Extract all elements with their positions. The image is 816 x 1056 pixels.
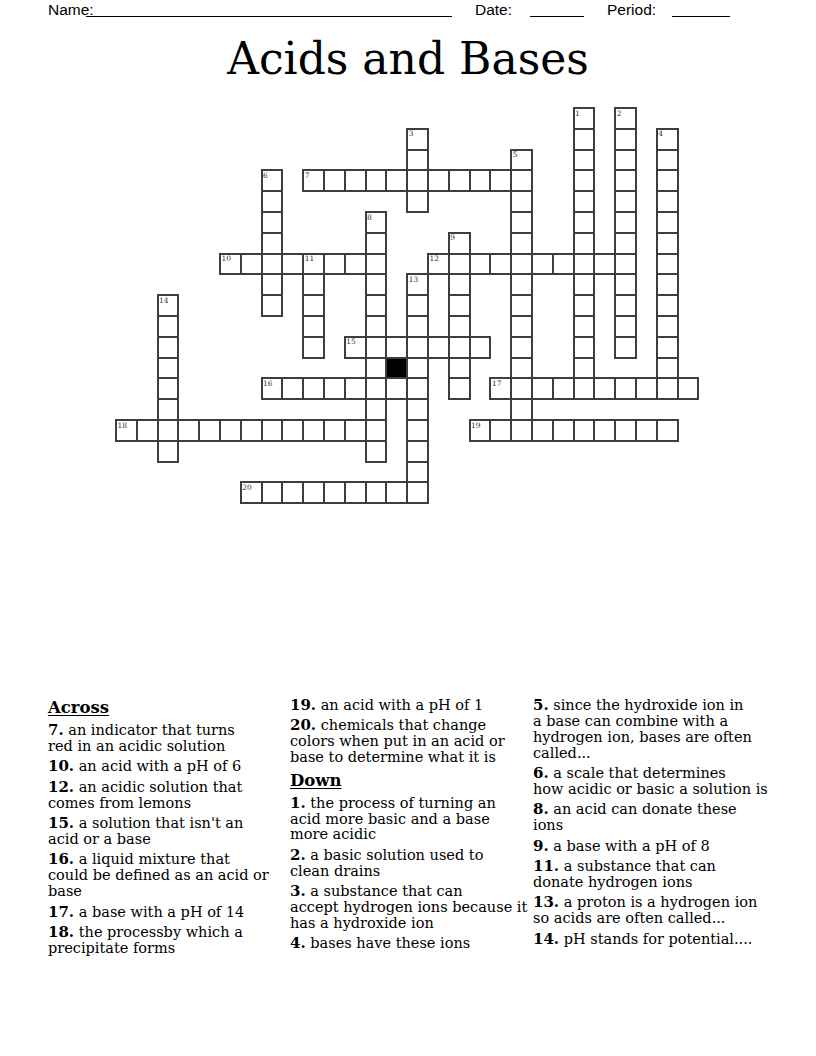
grid-cell[interactable] [635, 419, 658, 442]
grid-cell[interactable] [656, 377, 679, 400]
grid-cell[interactable] [406, 419, 429, 442]
grid-cell[interactable] [177, 419, 200, 442]
grid-cell[interactable] [198, 419, 221, 442]
clue-number-label: 2. [290, 846, 306, 864]
grid-cell[interactable] [489, 169, 512, 192]
grid-cell[interactable] [573, 315, 596, 338]
grid-cell[interactable] [614, 169, 637, 192]
period-blank-line[interactable] [672, 2, 730, 17]
grid-cell[interactable] [365, 357, 388, 380]
clue-number-label: 16. [48, 850, 74, 868]
grid-cell[interactable] [261, 273, 284, 296]
clue-number: 12 [430, 255, 440, 263]
grid-cell[interactable] [365, 440, 388, 463]
grid-cell[interactable] [510, 294, 533, 317]
clue-number: 4 [658, 130, 663, 138]
grid-cell[interactable] [593, 377, 616, 400]
grid-cell[interactable] [677, 377, 700, 400]
grid-cell[interactable] [365, 419, 388, 442]
clue-number-label: 18. [48, 923, 74, 941]
grid-cell[interactable] [489, 419, 512, 442]
clue-number: 10 [222, 255, 232, 263]
page-title: Acids and Bases [0, 33, 816, 84]
grid-cell[interactable] [261, 481, 284, 504]
grid-cell[interactable] [656, 190, 679, 213]
grid-cell[interactable] [157, 357, 180, 380]
grid-cell[interactable] [573, 377, 596, 400]
grid-cell[interactable] [448, 336, 471, 359]
clue-15: 15. a solution that isn't an acid or a b… [48, 816, 286, 848]
grid-cell[interactable] [427, 169, 450, 192]
clue-7: 7. an indicator that turns red in an aci… [48, 723, 286, 755]
clue-19: 19. an acid with a pH of 1 [290, 698, 530, 714]
grid-cell[interactable] [531, 253, 554, 276]
date-label: Date: [475, 1, 512, 19]
clue-3: 3. a substance that can accept hydrogen … [290, 884, 530, 932]
clue-6: 6. a scale that determines how acidic or… [533, 766, 789, 798]
grid-cell[interactable] [614, 253, 637, 276]
grid-cell[interactable] [136, 419, 159, 442]
grid-cell[interactable] [302, 481, 325, 504]
clue-8: 8. an acid can donate these ions [533, 802, 789, 834]
grid-cell[interactable] [406, 357, 429, 380]
grid-cell[interactable] [656, 149, 679, 172]
grid-cell[interactable] [365, 315, 388, 338]
clue-number: 1 [575, 110, 580, 118]
grid-cell[interactable] [448, 377, 471, 400]
grid-cell[interactable] [219, 419, 242, 442]
clue-number-label: 11. [533, 857, 559, 875]
grid-cell[interactable] [510, 273, 533, 296]
grid-cell[interactable] [510, 357, 533, 380]
grid-cell[interactable] [552, 377, 575, 400]
grid-cell[interactable] [656, 211, 679, 234]
grid-cell[interactable] [614, 315, 637, 338]
grid-cell[interactable] [510, 315, 533, 338]
grid-cell[interactable] [614, 336, 637, 359]
grid-cell[interactable] [323, 169, 346, 192]
grid-cell[interactable] [573, 190, 596, 213]
grid-cell[interactable] [552, 253, 575, 276]
clue-4: 4. bases have these ions [290, 936, 530, 952]
clues-heading-down: Down [290, 771, 530, 790]
grid-cell[interactable] [385, 377, 408, 400]
grid-cell[interactable] [593, 419, 616, 442]
grid-cell[interactable] [302, 377, 325, 400]
grid-cell[interactable] [448, 315, 471, 338]
clue-number-label: 8. [533, 800, 549, 818]
grid-cell[interactable] [365, 398, 388, 421]
grid-cell[interactable] [157, 336, 180, 359]
clue-number-label: 14. [533, 930, 559, 948]
grid-cell[interactable] [406, 149, 429, 172]
grid-cell[interactable] [281, 253, 304, 276]
grid-cell[interactable] [406, 440, 429, 463]
grid-cell[interactable] [656, 294, 679, 317]
grid-cell[interactable] [344, 169, 367, 192]
clue-number: 16 [263, 380, 273, 388]
clue-number: 9 [450, 234, 455, 242]
grid-cell[interactable] [552, 419, 575, 442]
black-cell [385, 357, 408, 380]
grid-cell[interactable] [302, 315, 325, 338]
grid-cell[interactable] [261, 211, 284, 234]
clue-column-across: Across7. an indicator that turns red in … [48, 698, 286, 961]
grid-cell[interactable] [489, 253, 512, 276]
clue-number: 8 [367, 214, 372, 222]
grid-cell[interactable] [531, 377, 554, 400]
clue-number: 18 [118, 422, 128, 430]
grid-cell[interactable] [281, 481, 304, 504]
grid-cell[interactable] [614, 232, 637, 255]
clue-number-label: 17. [48, 903, 74, 921]
grid-cell[interactable] [157, 398, 180, 421]
grid-cell[interactable] [323, 377, 346, 400]
grid-cell[interactable] [614, 294, 637, 317]
clue-number-label: 10. [48, 757, 74, 775]
grid-cell[interactable] [614, 128, 637, 151]
clue-number-label: 5. [533, 696, 549, 714]
grid-cell[interactable] [510, 377, 533, 400]
clue-17: 17. a base with a pH of 14 [48, 905, 286, 921]
grid-cell[interactable] [302, 336, 325, 359]
clue-number-label: 6. [533, 764, 549, 782]
clue-10: 10. an acid with a pH of 6 [48, 759, 286, 775]
grid-cell[interactable] [469, 253, 492, 276]
grid-cell[interactable] [406, 377, 429, 400]
clue-number: 3 [409, 130, 414, 138]
grid-cell[interactable] [365, 169, 388, 192]
grid-cell[interactable] [344, 419, 367, 442]
grid-cell[interactable] [261, 232, 284, 255]
grid-cell[interactable] [406, 336, 429, 359]
grid-cell[interactable] [448, 169, 471, 192]
grid-cell[interactable] [510, 253, 533, 276]
grid-cell[interactable] [448, 273, 471, 296]
clue-number: 19 [471, 422, 481, 430]
grid-cell[interactable] [406, 398, 429, 421]
grid-cell[interactable] [323, 481, 346, 504]
clue-number: 5 [513, 151, 518, 159]
grid-cell[interactable] [573, 294, 596, 317]
grid-cell[interactable] [157, 315, 180, 338]
grid-cell[interactable] [510, 169, 533, 192]
clue-number-label: 15. [48, 814, 74, 832]
grid-cell[interactable] [614, 211, 637, 234]
grid-cell[interactable] [573, 357, 596, 380]
grid-cell[interactable] [365, 377, 388, 400]
clue-14: 14. pH stands for potential.... [533, 932, 789, 948]
worksheet-page: { "header": { "name_label": "Name:", "da… [0, 0, 816, 1056]
clue-number-label: 13. [533, 893, 559, 911]
grid-cell[interactable] [656, 253, 679, 276]
grid-cell[interactable] [385, 336, 408, 359]
grid-cell[interactable] [469, 336, 492, 359]
grid-cell[interactable] [302, 273, 325, 296]
grid-cell[interactable] [448, 253, 471, 276]
grid-cell[interactable] [656, 273, 679, 296]
grid-cell[interactable] [344, 253, 367, 276]
grid-cell[interactable] [157, 377, 180, 400]
clue-9: 9. a base with a pH of 8 [533, 839, 789, 855]
grid-cell[interactable] [510, 336, 533, 359]
grid-cell[interactable] [365, 336, 388, 359]
grid-cell[interactable] [573, 419, 596, 442]
grid-cell[interactable] [573, 232, 596, 255]
grid-cell[interactable] [614, 377, 637, 400]
grid-cell[interactable] [302, 294, 325, 317]
grid-cell[interactable] [261, 190, 284, 213]
clue-number-label: 12. [48, 778, 74, 796]
clue-number: 20 [242, 484, 252, 492]
grid-cell[interactable] [510, 398, 533, 421]
grid-cell[interactable] [656, 315, 679, 338]
grid-cell[interactable] [656, 419, 679, 442]
period-label: Period: [607, 1, 656, 19]
grid-cell[interactable] [510, 232, 533, 255]
grid-cell[interactable] [614, 419, 637, 442]
grid-cell[interactable] [573, 253, 596, 276]
grid-cell[interactable] [344, 481, 367, 504]
clue-2: 2. a basic solution used to clean drains [290, 848, 530, 880]
clue-number: 14 [159, 297, 169, 305]
clue-number: 6 [263, 172, 268, 180]
grid-cell[interactable] [531, 419, 554, 442]
grid-cell[interactable] [573, 336, 596, 359]
clues-heading-across: Across [48, 698, 286, 717]
grid-cell[interactable] [344, 377, 367, 400]
clue-16: 16. a liquid mixture that could be defin… [48, 852, 286, 900]
clue-1: 1. the process of turning an acid more b… [290, 796, 530, 844]
grid-cell[interactable] [323, 419, 346, 442]
grid-cell[interactable] [157, 440, 180, 463]
clue-number: 7 [305, 172, 310, 180]
grid-cell[interactable] [365, 481, 388, 504]
grid-cell[interactable] [406, 294, 429, 317]
clue-20: 20. chemicals that change colors when pu… [290, 718, 530, 766]
grid-cell[interactable] [573, 128, 596, 151]
grid-cell[interactable] [510, 211, 533, 234]
grid-cell[interactable] [323, 253, 346, 276]
grid-cell[interactable] [573, 169, 596, 192]
grid-cell[interactable] [573, 211, 596, 234]
grid-cell[interactable] [635, 377, 658, 400]
clue-number-label: 3. [290, 882, 306, 900]
clue-12: 12. an acidic solution that comes from l… [48, 780, 286, 812]
grid-cell[interactable] [261, 294, 284, 317]
grid-cell[interactable] [261, 253, 284, 276]
grid-cell[interactable] [469, 169, 492, 192]
clue-18: 18. the processby which a precipitate fo… [48, 925, 286, 957]
clue-column-down: 5. since the hydroxide ion in a base can… [533, 698, 789, 952]
clue-number: 13 [409, 276, 419, 284]
grid-cell[interactable] [656, 232, 679, 255]
grid-cell[interactable] [406, 461, 429, 484]
grid-cell[interactable] [406, 315, 429, 338]
grid-cell[interactable] [240, 253, 263, 276]
clue-number: 11 [305, 255, 315, 263]
clue-number-label: 19. [290, 696, 316, 714]
grid-cell[interactable] [406, 190, 429, 213]
grid-cell[interactable] [302, 419, 325, 442]
grid-cell[interactable] [656, 336, 679, 359]
grid-cell[interactable] [614, 149, 637, 172]
clue-11: 11. a substance that can donate hydrogen… [533, 859, 789, 891]
clue-number-label: 7. [48, 721, 64, 739]
clue-5: 5. since the hydroxide ion in a base can… [533, 698, 789, 762]
grid-cell[interactable] [510, 419, 533, 442]
grid-cell[interactable] [614, 273, 637, 296]
grid-cell[interactable] [281, 377, 304, 400]
clue-number: 17 [492, 380, 502, 388]
grid-cell[interactable] [448, 294, 471, 317]
clue-13: 13. a proton is a hydrogen ion so acids … [533, 895, 789, 927]
grid-cell[interactable] [365, 253, 388, 276]
grid-cell[interactable] [427, 336, 450, 359]
clue-number-label: 4. [290, 934, 306, 952]
grid-cell[interactable] [240, 419, 263, 442]
clue-number-label: 20. [290, 716, 316, 734]
grid-cell[interactable] [261, 419, 284, 442]
clue-column-middle: 19. an acid with a pH of 120. chemicals … [290, 698, 530, 957]
grid-cell[interactable] [573, 149, 596, 172]
grid-cell[interactable] [157, 419, 180, 442]
grid-cell[interactable] [385, 481, 408, 504]
date-blank-line[interactable] [530, 2, 584, 17]
grid-cell[interactable] [365, 273, 388, 296]
clue-number-label: 1. [290, 794, 306, 812]
grid-cell[interactable] [614, 190, 637, 213]
grid-cell[interactable] [656, 169, 679, 192]
grid-cell[interactable] [573, 273, 596, 296]
grid-cell[interactable] [365, 232, 388, 255]
grid-cell[interactable] [406, 169, 429, 192]
grid-cell[interactable] [406, 481, 429, 504]
grid-cell[interactable] [281, 419, 304, 442]
grid-cell[interactable] [365, 294, 388, 317]
grid-cell[interactable] [510, 190, 533, 213]
clue-number-label: 9. [533, 837, 549, 855]
grid-cell[interactable] [448, 357, 471, 380]
grid-cell[interactable] [593, 253, 616, 276]
crossword-grid: 1234567891011121314151617181920 [115, 107, 699, 504]
grid-cell[interactable] [385, 169, 408, 192]
clue-number: 2 [617, 110, 622, 118]
grid-cell[interactable] [656, 357, 679, 380]
name-blank-line[interactable] [86, 2, 452, 17]
clue-number: 15 [346, 338, 356, 346]
